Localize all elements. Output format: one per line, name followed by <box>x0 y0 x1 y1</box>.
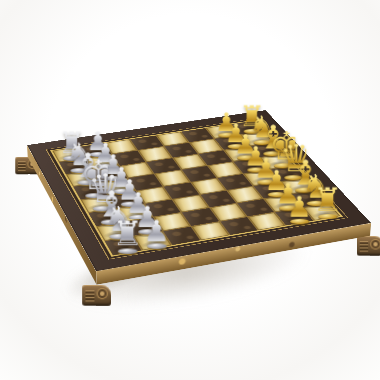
chess-board: ♜♟♟♜♞♟♟♞♝♟♟♝♚♟♟♚♛♟♟♛♝♟♟♝♞♟♟♞♜♟♟♜ <box>27 110 371 271</box>
piece-shadow <box>110 243 141 255</box>
piece-shadow <box>78 189 106 199</box>
square-e4 <box>155 170 189 186</box>
piece-shadow <box>282 214 312 225</box>
board-foot-near-icon <box>82 285 111 306</box>
piece-shadow <box>139 238 170 250</box>
board-foot-right-icon <box>357 236 380 256</box>
piece-shadow <box>309 209 339 220</box>
piece-shadow <box>276 171 304 181</box>
product-photo-scene: ♜♟♟♜♞♟♟♞♝♟♟♝♚♟♟♚♛♟♟♛♝♟♟♝♞♟♟♞♜♟♟♜ <box>0 0 380 380</box>
piece-shadow <box>265 159 293 168</box>
piece-shadow <box>63 164 90 173</box>
piece-shadow <box>230 152 257 161</box>
square-e1: ♚ <box>73 183 107 200</box>
